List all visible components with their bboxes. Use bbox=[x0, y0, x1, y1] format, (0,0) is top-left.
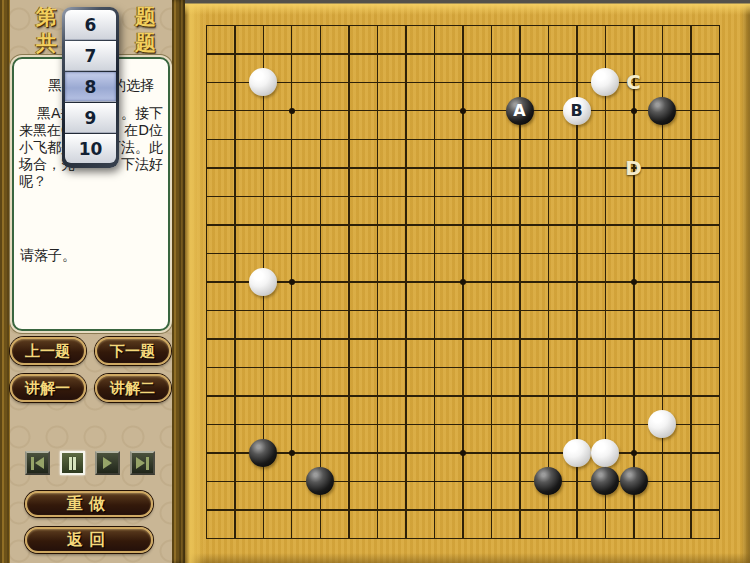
white-stone-B: B bbox=[563, 97, 591, 125]
black-stone bbox=[306, 467, 334, 495]
prev-question-button[interactable]: 上一题 bbox=[10, 337, 86, 365]
sidebar: 第 题 共 题 黑 的选择 黑A夹 。接下 来黑在C 在D位 bbox=[0, 0, 185, 563]
wood-border-right bbox=[172, 0, 185, 563]
move-prompt: 请落子。 bbox=[20, 247, 76, 265]
black-stone bbox=[249, 439, 277, 467]
question-nav-row: 上一题 下一题 bbox=[6, 337, 174, 365]
black-stone bbox=[648, 97, 676, 125]
white-stone bbox=[249, 268, 277, 296]
white-stone bbox=[563, 439, 591, 467]
black-stone bbox=[591, 467, 619, 495]
skip-to-end-button[interactable] bbox=[130, 451, 155, 475]
star-point bbox=[289, 108, 295, 114]
explain-2-button[interactable]: 讲解二 bbox=[95, 374, 171, 402]
star-point bbox=[460, 450, 466, 456]
white-stone bbox=[591, 68, 619, 96]
question-number-picker[interactable]: 6 7 8 9 10 bbox=[62, 7, 119, 168]
redo-button[interactable]: 重做 bbox=[25, 491, 153, 517]
black-stone bbox=[620, 467, 648, 495]
paragraph-line: 呢？ bbox=[19, 173, 163, 190]
star-point bbox=[460, 108, 466, 114]
stone-label: A bbox=[513, 103, 525, 119]
star-point bbox=[631, 279, 637, 285]
star-point bbox=[289, 450, 295, 456]
skip-end-icon bbox=[136, 457, 145, 469]
problem-total-suffix: 题 bbox=[135, 29, 156, 57]
white-stone bbox=[249, 68, 277, 96]
black-stone-A: A bbox=[506, 97, 534, 125]
star-point bbox=[289, 279, 295, 285]
pause-icon bbox=[69, 457, 72, 470]
picker-option-6[interactable]: 6 bbox=[65, 10, 116, 40]
wood-border-left bbox=[0, 0, 10, 563]
app-window: 第 题 共 题 黑 的选择 黑A夹 。接下 来黑在C 在D位 bbox=[0, 0, 750, 563]
problem-number-suffix: 题 bbox=[135, 3, 156, 31]
pause-button[interactable] bbox=[60, 451, 85, 475]
picker-option-9[interactable]: 9 bbox=[65, 103, 116, 133]
problem-number-prefix: 第 bbox=[36, 3, 57, 31]
star-point bbox=[631, 450, 637, 456]
play-icon bbox=[103, 457, 112, 469]
problem-title-left: 黑 bbox=[48, 77, 62, 95]
stone-label: B bbox=[570, 103, 582, 119]
board-letter-C[interactable]: C bbox=[620, 68, 648, 96]
explain-1-button[interactable]: 讲解一 bbox=[10, 374, 86, 402]
board-letter-D[interactable]: D bbox=[620, 154, 648, 182]
explain-row: 讲解一 讲解二 bbox=[6, 374, 174, 402]
playback-controls bbox=[6, 451, 174, 475]
star-point bbox=[631, 108, 637, 114]
white-stone bbox=[648, 410, 676, 438]
next-question-button[interactable]: 下一题 bbox=[95, 337, 171, 365]
problem-total-prefix: 共 bbox=[36, 29, 57, 57]
white-stone bbox=[591, 439, 619, 467]
play-button[interactable] bbox=[95, 451, 120, 475]
picker-option-7[interactable]: 7 bbox=[65, 41, 116, 71]
picker-option-8-selected[interactable]: 8 bbox=[65, 72, 116, 102]
skip-start-icon bbox=[31, 457, 34, 470]
skip-to-start-button[interactable] bbox=[25, 451, 50, 475]
star-point bbox=[460, 279, 466, 285]
goban-board: BACD bbox=[185, 0, 750, 563]
black-stone bbox=[534, 467, 562, 495]
back-button[interactable]: 返回 bbox=[25, 527, 153, 553]
goban-grid[interactable]: BACD bbox=[206, 25, 720, 539]
picker-option-10[interactable]: 10 bbox=[65, 134, 116, 163]
